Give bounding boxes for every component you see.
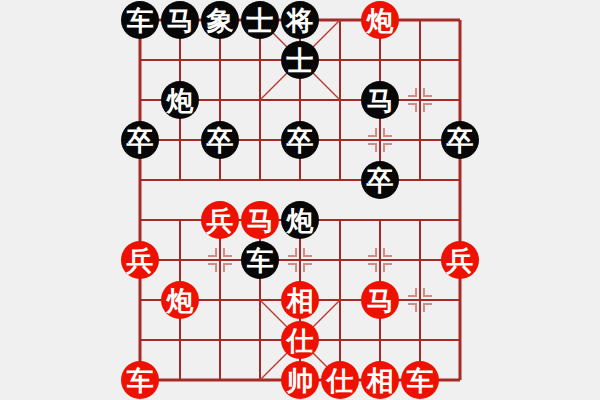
black-soldier[interactable]: 卒: [361, 161, 399, 199]
black-soldier[interactable]: 卒: [121, 121, 159, 159]
red-soldier[interactable]: 兵: [201, 201, 239, 239]
red-chariot[interactable]: 车: [401, 361, 439, 399]
black-cannon[interactable]: 炮: [161, 81, 199, 119]
black-soldier[interactable]: 卒: [281, 121, 319, 159]
red-advisor[interactable]: 仕: [321, 361, 359, 399]
black-advisor[interactable]: 士: [281, 41, 319, 79]
red-advisor[interactable]: 仕: [281, 321, 319, 359]
xiangqi-board[interactable]: 车马象士将炮士炮马卒卒卒卒卒兵马炮兵车兵炮相马仕车帅仕相车: [120, 0, 480, 400]
black-elephant[interactable]: 象: [201, 1, 239, 39]
red-chariot[interactable]: 车: [121, 361, 159, 399]
black-chariot[interactable]: 车: [121, 1, 159, 39]
black-soldier[interactable]: 卒: [441, 121, 479, 159]
red-soldier[interactable]: 兵: [441, 241, 479, 279]
black-general[interactable]: 将: [281, 1, 319, 39]
red-cannon[interactable]: 炮: [161, 281, 199, 319]
black-chariot[interactable]: 车: [241, 241, 279, 279]
black-soldier[interactable]: 卒: [201, 121, 239, 159]
red-cannon[interactable]: 炮: [361, 1, 399, 39]
red-elephant[interactable]: 相: [281, 281, 319, 319]
black-horse[interactable]: 马: [361, 81, 399, 119]
red-general[interactable]: 帅: [281, 361, 319, 399]
xiangqi-app: 车马象士将炮士炮马卒卒卒卒卒兵马炮兵车兵炮相马仕车帅仕相车: [0, 0, 600, 400]
red-horse[interactable]: 马: [241, 201, 279, 239]
red-horse[interactable]: 马: [361, 281, 399, 319]
black-advisor[interactable]: 士: [241, 1, 279, 39]
red-soldier[interactable]: 兵: [121, 241, 159, 279]
red-elephant[interactable]: 相: [361, 361, 399, 399]
black-cannon[interactable]: 炮: [281, 201, 319, 239]
black-horse[interactable]: 马: [161, 1, 199, 39]
